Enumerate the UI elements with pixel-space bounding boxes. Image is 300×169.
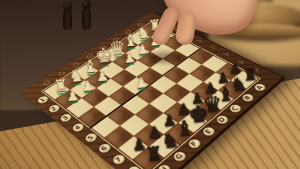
file-label-circle: C bbox=[227, 103, 242, 114]
rank-label-circle: 6 bbox=[96, 142, 112, 154]
decor-moon: ☽ bbox=[249, 67, 261, 75]
file-label-circle: H bbox=[155, 163, 172, 169]
rank-label-circle: 1 bbox=[35, 95, 49, 105]
rank-label-circle: 5 bbox=[83, 132, 98, 144]
photo-frame: 12345678 HGFEDCBA ○○○○○○○○ ☽☽☽☽☽☽☽☽ ♜♞♝♚… bbox=[0, 0, 300, 169]
file-label-circle: F bbox=[186, 138, 202, 150]
rank-label-circle: 3 bbox=[58, 113, 73, 124]
file-label-circle: E bbox=[200, 126, 216, 138]
rank-label-circle: 7 bbox=[110, 153, 126, 166]
rank-label-circle: 4 bbox=[70, 122, 85, 133]
hand bbox=[146, 0, 258, 66]
rank-label-circle: 8 bbox=[125, 165, 142, 169]
file-label-circle: G bbox=[171, 150, 188, 163]
rank-label-circle: 2 bbox=[46, 104, 60, 114]
file-label-circle: D bbox=[214, 114, 230, 125]
file-label-circle: B bbox=[240, 93, 255, 103]
file-label-circle: A bbox=[252, 83, 267, 93]
